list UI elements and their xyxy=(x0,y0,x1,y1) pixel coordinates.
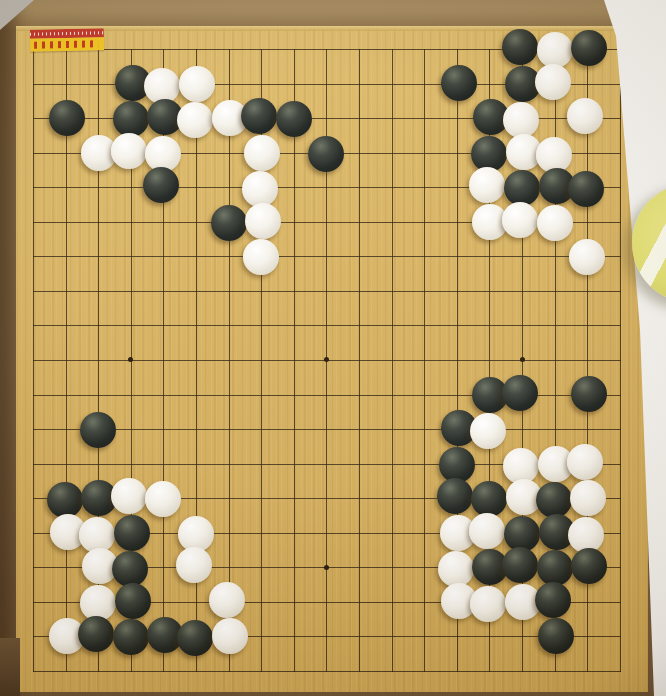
white-stone xyxy=(537,205,573,241)
white-stone xyxy=(243,239,279,275)
white-stone xyxy=(212,618,248,654)
black-stone xyxy=(536,482,572,518)
black-stone xyxy=(276,101,312,137)
black-stone xyxy=(571,376,607,412)
white-stone xyxy=(245,203,281,239)
black-stone xyxy=(241,98,277,134)
white-stone xyxy=(567,98,603,134)
black-stone xyxy=(143,167,179,203)
black-stone xyxy=(308,136,344,172)
black-stone xyxy=(113,101,149,137)
white-stone xyxy=(567,444,603,480)
white-stone xyxy=(503,102,539,138)
black-stone xyxy=(115,583,151,619)
white-stone xyxy=(111,478,147,514)
black-stone xyxy=(211,205,247,241)
black-stone xyxy=(112,551,148,587)
white-stone xyxy=(244,135,280,171)
white-stone xyxy=(469,167,505,203)
white-stone xyxy=(470,586,506,622)
black-stone xyxy=(78,616,114,652)
white-stone xyxy=(535,64,571,100)
black-stone xyxy=(177,620,213,656)
black-stone xyxy=(113,619,149,655)
white-stone xyxy=(145,481,181,517)
black-stone xyxy=(437,478,473,514)
white-stone xyxy=(569,239,605,275)
black-stone xyxy=(80,412,116,448)
black-stone xyxy=(47,482,83,518)
black-stone xyxy=(571,548,607,584)
black-stone xyxy=(568,171,604,207)
white-stone xyxy=(179,66,215,102)
black-stone xyxy=(571,30,607,66)
white-stone xyxy=(111,133,147,169)
white-stone xyxy=(570,480,606,516)
white-stone xyxy=(209,582,245,618)
black-stone xyxy=(504,170,540,206)
sticker-yellow-strip xyxy=(30,37,104,52)
white-stone xyxy=(469,513,505,549)
frame-corner-shadow xyxy=(0,638,20,696)
white-stone xyxy=(176,547,212,583)
black-stone xyxy=(537,550,573,586)
black-stone xyxy=(114,515,150,551)
black-stone xyxy=(471,481,507,517)
black-stone xyxy=(535,582,571,618)
stones-layer xyxy=(0,0,666,696)
white-stone xyxy=(438,551,474,587)
go-board-photo xyxy=(0,0,666,696)
black-stone xyxy=(502,375,538,411)
black-stone xyxy=(538,618,574,654)
white-stone xyxy=(470,413,506,449)
black-stone xyxy=(441,65,477,101)
black-stone xyxy=(502,29,538,65)
white-stone xyxy=(502,202,538,238)
label-sticker xyxy=(30,28,104,52)
white-stone xyxy=(177,102,213,138)
black-stone xyxy=(502,547,538,583)
white-stone xyxy=(242,171,278,207)
black-stone xyxy=(49,100,85,136)
white-stone xyxy=(537,32,573,68)
